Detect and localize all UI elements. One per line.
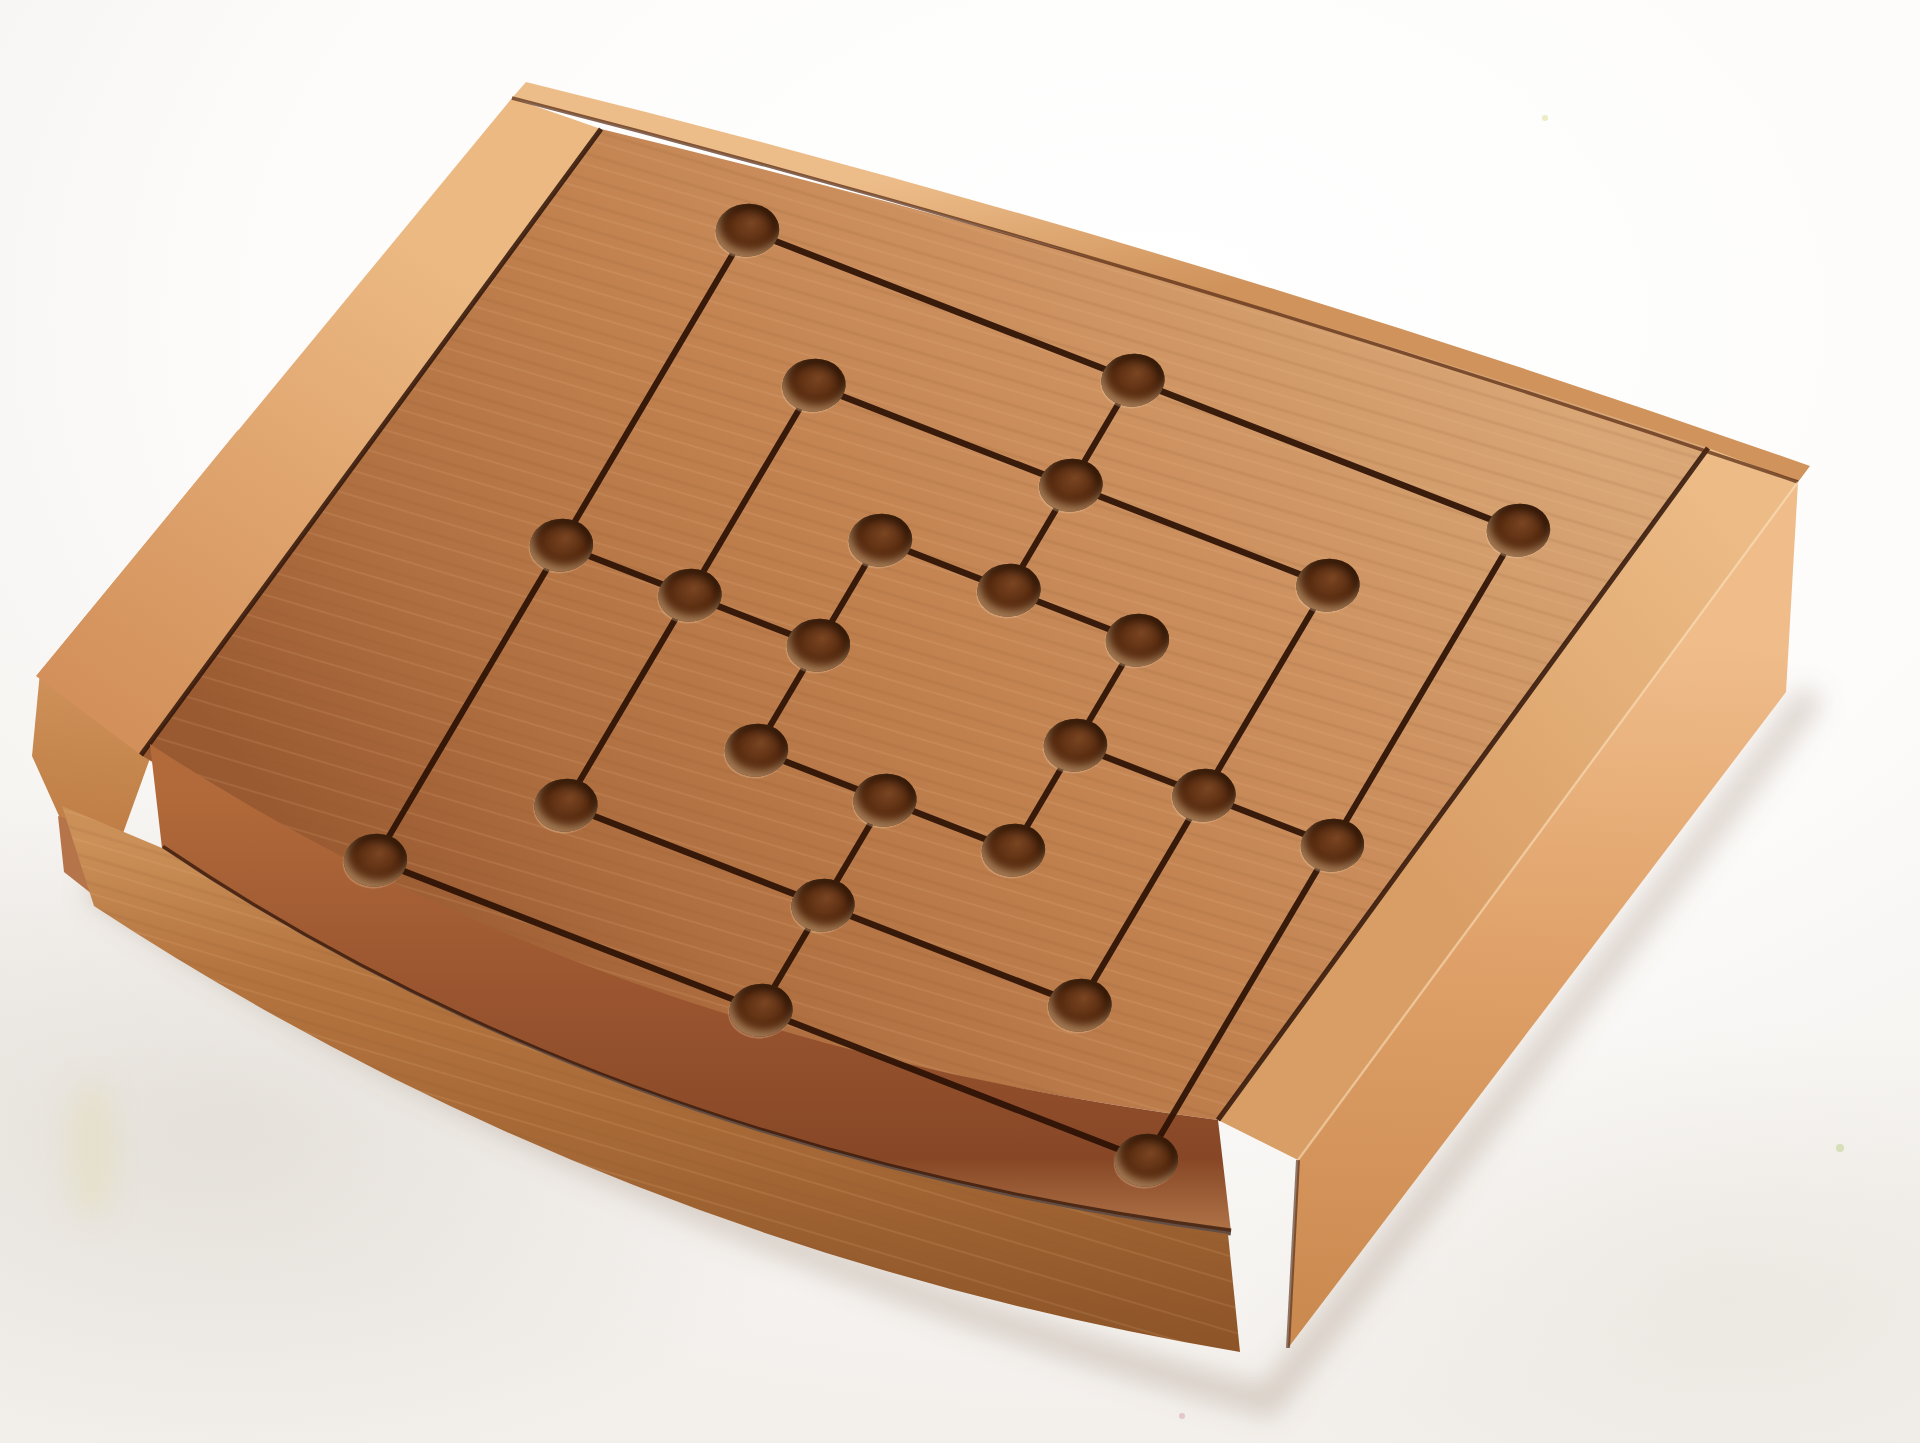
- green-fleck: [1836, 1144, 1844, 1152]
- board-point-f4[interactable]: [1161, 760, 1246, 830]
- board-point-d1[interactable]: [718, 975, 803, 1045]
- board-point-c3[interactable]: [713, 715, 798, 785]
- board-point-c4[interactable]: [775, 610, 860, 680]
- board-cell-b2: [470, 728, 660, 883]
- board-point-a1[interactable]: [332, 825, 417, 895]
- board-point-e5[interactable]: [1094, 605, 1179, 675]
- board-point-d2[interactable]: [780, 870, 865, 940]
- board-point-b4[interactable]: [647, 560, 732, 630]
- board-point-f6[interactable]: [1285, 550, 1370, 620]
- board-point-e4[interactable]: [1032, 710, 1117, 780]
- board-point-c5[interactable]: [837, 505, 922, 575]
- board-point-g1[interactable]: [1103, 1125, 1188, 1195]
- board-point-d5[interactable]: [966, 555, 1051, 625]
- board-point-g7[interactable]: [1475, 495, 1560, 565]
- board-point-b6[interactable]: [771, 350, 856, 420]
- board-point-g4[interactable]: [1289, 810, 1374, 880]
- board-point-d6[interactable]: [1028, 450, 1113, 520]
- background-smudge: [66, 1080, 118, 1220]
- board-point-e3[interactable]: [970, 815, 1055, 885]
- board-cell-f6: [1232, 507, 1422, 662]
- board-point-d3[interactable]: [842, 765, 927, 835]
- green-fleck-2: [1542, 115, 1548, 121]
- board-point-d7[interactable]: [1090, 345, 1175, 415]
- board-cell-b6: [718, 308, 908, 463]
- photo-stage: [0, 0, 1920, 1443]
- pink-speck: [1179, 1413, 1185, 1419]
- board-point-f2[interactable]: [1037, 970, 1122, 1040]
- board-point-a7[interactable]: [704, 195, 789, 265]
- board-cell-f2: [984, 928, 1174, 1083]
- board-point-a4[interactable]: [518, 510, 603, 580]
- board-point-b2[interactable]: [523, 770, 608, 840]
